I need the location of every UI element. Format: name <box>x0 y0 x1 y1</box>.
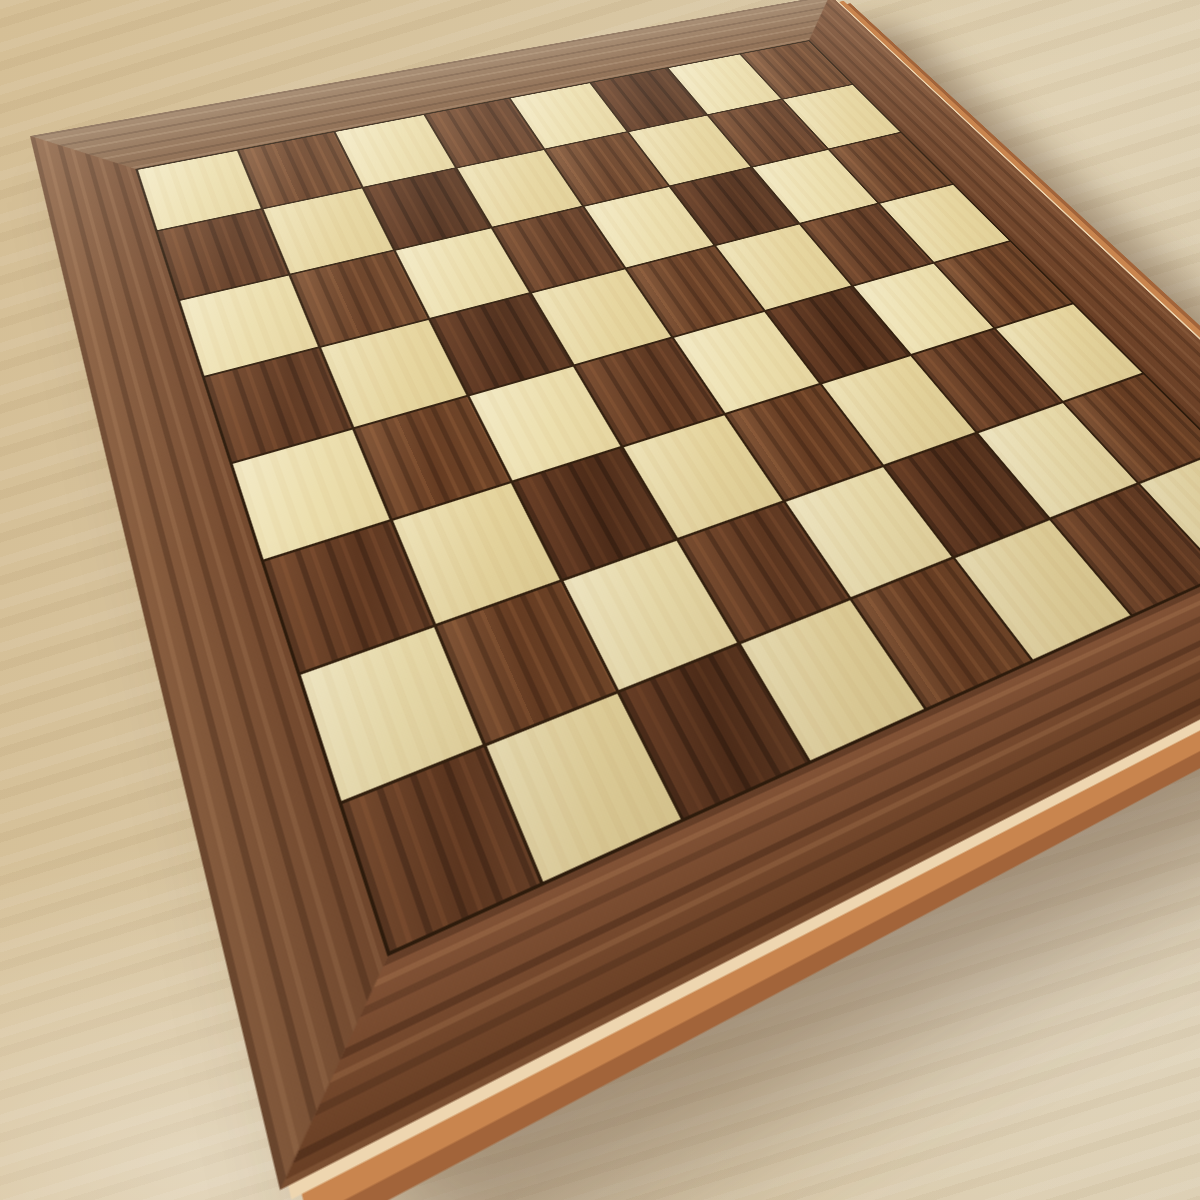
photo-scene <box>0 0 1200 1200</box>
